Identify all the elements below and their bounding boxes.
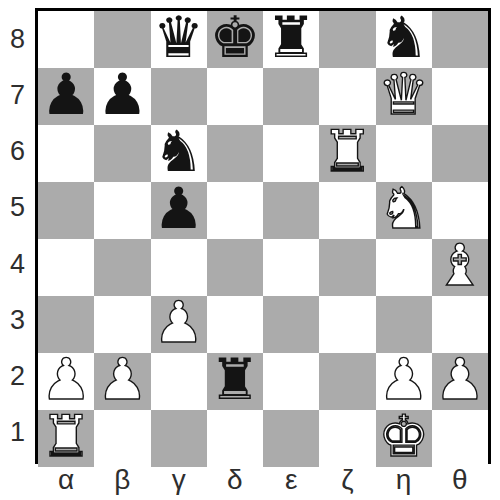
square-ζ8[interactable] xyxy=(319,11,375,68)
square-ε8[interactable]: ♜ xyxy=(263,11,319,68)
square-ζ2[interactable] xyxy=(319,353,375,410)
square-β7[interactable]: ♟ xyxy=(94,68,150,125)
square-γ7[interactable] xyxy=(151,68,207,125)
square-β8[interactable] xyxy=(94,11,150,68)
square-α8[interactable] xyxy=(38,11,94,68)
file-label-β: β xyxy=(94,461,150,499)
rank-label-1: 1 xyxy=(0,405,35,461)
square-ε3[interactable] xyxy=(263,296,319,353)
square-ε2[interactable] xyxy=(263,353,319,410)
black-knight-piece: ♞ xyxy=(153,123,204,180)
square-α1[interactable]: ♜ xyxy=(38,410,94,467)
square-η6[interactable] xyxy=(376,125,432,182)
file-label-ζ: ζ xyxy=(319,461,375,499)
file-label-θ: θ xyxy=(432,461,488,499)
square-α3[interactable] xyxy=(38,296,94,353)
square-γ2[interactable] xyxy=(151,353,207,410)
square-β2[interactable]: ♟ xyxy=(94,353,150,410)
chess-board: ♛♚♜♞♟♟♛♞♜♟♞♝♟♟♟♜♟♟♜♚ xyxy=(35,8,491,464)
file-label-δ: δ xyxy=(207,461,263,499)
square-δ2[interactable]: ♜ xyxy=(207,353,263,410)
square-δ4[interactable] xyxy=(207,239,263,296)
square-ε1[interactable] xyxy=(263,410,319,467)
square-θ6[interactable] xyxy=(432,125,488,182)
white-bishop-piece: ♝ xyxy=(434,237,485,294)
square-η8[interactable]: ♞ xyxy=(376,11,432,68)
square-ε4[interactable] xyxy=(263,239,319,296)
square-η2[interactable]: ♟ xyxy=(376,353,432,410)
square-γ3[interactable]: ♟ xyxy=(151,296,207,353)
white-rook-piece: ♜ xyxy=(41,408,92,465)
white-pawn-piece: ♟ xyxy=(153,294,204,351)
file-label-η: η xyxy=(376,461,432,499)
square-α6[interactable] xyxy=(38,125,94,182)
white-queen-piece: ♛ xyxy=(378,66,429,123)
black-rook-piece: ♜ xyxy=(209,351,260,408)
square-α7[interactable]: ♟ xyxy=(38,68,94,125)
white-pawn-piece: ♟ xyxy=(378,351,429,408)
square-δ3[interactable] xyxy=(207,296,263,353)
white-pawn-piece: ♟ xyxy=(41,351,92,408)
file-label-ε: ε xyxy=(263,461,319,499)
rank-label-4: 4 xyxy=(0,236,35,292)
square-α2[interactable]: ♟ xyxy=(38,353,94,410)
square-θ5[interactable] xyxy=(432,182,488,239)
square-β1[interactable] xyxy=(94,410,150,467)
square-ζ7[interactable] xyxy=(319,68,375,125)
rank-labels: 87654321 xyxy=(0,11,35,461)
square-ε5[interactable] xyxy=(263,182,319,239)
square-δ6[interactable] xyxy=(207,125,263,182)
square-ζ1[interactable] xyxy=(319,410,375,467)
square-δ8[interactable]: ♚ xyxy=(207,11,263,68)
black-pawn-piece: ♟ xyxy=(153,180,204,237)
black-rook-piece: ♜ xyxy=(266,9,317,66)
square-γ1[interactable] xyxy=(151,410,207,467)
square-α5[interactable] xyxy=(38,182,94,239)
square-α4[interactable] xyxy=(38,239,94,296)
square-θ2[interactable]: ♟ xyxy=(432,353,488,410)
white-rook-piece: ♜ xyxy=(322,123,373,180)
square-ζ3[interactable] xyxy=(319,296,375,353)
file-label-γ: γ xyxy=(151,461,207,499)
black-pawn-piece: ♟ xyxy=(97,66,148,123)
square-η7[interactable]: ♛ xyxy=(376,68,432,125)
square-γ4[interactable] xyxy=(151,239,207,296)
square-β5[interactable] xyxy=(94,182,150,239)
square-β4[interactable] xyxy=(94,239,150,296)
rank-label-8: 8 xyxy=(0,11,35,67)
file-label-α: α xyxy=(38,461,94,499)
white-pawn-piece: ♟ xyxy=(97,351,148,408)
square-ε6[interactable] xyxy=(263,125,319,182)
rank-label-3: 3 xyxy=(0,292,35,348)
square-β3[interactable] xyxy=(94,296,150,353)
rank-label-6: 6 xyxy=(0,124,35,180)
square-ζ6[interactable]: ♜ xyxy=(319,125,375,182)
black-king-piece: ♚ xyxy=(209,9,260,66)
black-queen-piece: ♛ xyxy=(153,9,204,66)
square-η1[interactable]: ♚ xyxy=(376,410,432,467)
square-η3[interactable] xyxy=(376,296,432,353)
file-labels: αβγδεζηθ xyxy=(38,461,488,499)
square-β6[interactable] xyxy=(94,125,150,182)
black-knight-piece: ♞ xyxy=(378,9,429,66)
square-η5[interactable]: ♞ xyxy=(376,182,432,239)
white-knight-piece: ♞ xyxy=(378,180,429,237)
square-γ6[interactable]: ♞ xyxy=(151,125,207,182)
square-θ4[interactable]: ♝ xyxy=(432,239,488,296)
square-ζ5[interactable] xyxy=(319,182,375,239)
square-θ1[interactable] xyxy=(432,410,488,467)
square-δ7[interactable] xyxy=(207,68,263,125)
square-δ5[interactable] xyxy=(207,182,263,239)
square-γ5[interactable]: ♟ xyxy=(151,182,207,239)
white-pawn-piece: ♟ xyxy=(434,351,485,408)
square-η4[interactable] xyxy=(376,239,432,296)
black-pawn-piece: ♟ xyxy=(41,66,92,123)
chess-diagram: 87654321 ♛♚♜♞♟♟♛♞♜♟♞♝♟♟♟♜♟♟♜♚ αβγδεζηθ xyxy=(0,0,500,500)
square-θ3[interactable] xyxy=(432,296,488,353)
rank-label-2: 2 xyxy=(0,349,35,405)
rank-label-5: 5 xyxy=(0,180,35,236)
square-ζ4[interactable] xyxy=(319,239,375,296)
square-θ7[interactable] xyxy=(432,68,488,125)
rank-label-7: 7 xyxy=(0,67,35,123)
white-king-piece: ♚ xyxy=(378,408,429,465)
square-θ8[interactable] xyxy=(432,11,488,68)
square-δ1[interactable] xyxy=(207,410,263,467)
square-ε7[interactable] xyxy=(263,68,319,125)
square-γ8[interactable]: ♛ xyxy=(151,11,207,68)
